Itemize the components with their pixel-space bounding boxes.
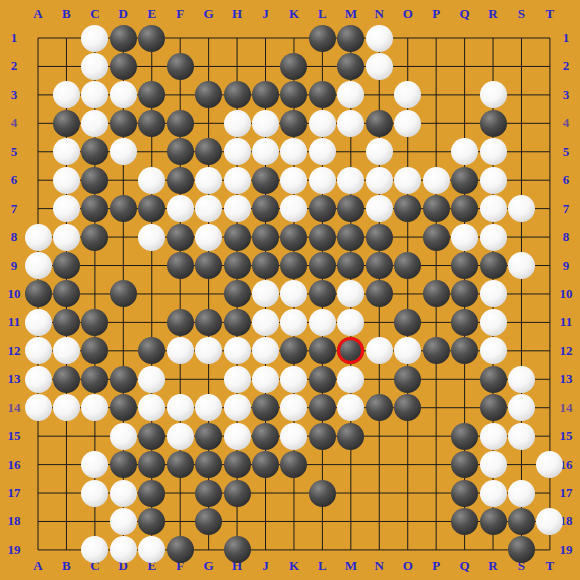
white-stone-H4 (224, 110, 251, 137)
white-stone-C17 (81, 480, 108, 507)
white-stone-M4 (337, 110, 364, 137)
black-stone-L8 (309, 224, 336, 251)
black-stone-Q16 (451, 451, 478, 478)
white-stone-C4 (81, 110, 108, 137)
black-stone-S18 (508, 508, 535, 535)
white-stone-O6 (394, 167, 421, 194)
white-stone-J11 (252, 309, 279, 336)
col-label-bottom-A: A (33, 558, 42, 574)
white-stone-B7 (53, 195, 80, 222)
black-stone-J9 (252, 252, 279, 279)
black-stone-R18 (480, 508, 507, 535)
black-stone-L15 (309, 423, 336, 450)
black-stone-F6 (167, 167, 194, 194)
black-stone-Q9 (451, 252, 478, 279)
black-stone-L14 (309, 394, 336, 421)
row-label-left-8: 8 (11, 229, 18, 245)
white-stone-R7 (480, 195, 507, 222)
black-stone-H19 (224, 536, 251, 563)
white-stone-J13 (252, 366, 279, 393)
white-stone-B14 (53, 394, 80, 421)
black-stone-E4 (138, 110, 165, 137)
col-label-bottom-Q: Q (460, 558, 470, 574)
black-stone-B4 (53, 110, 80, 137)
black-stone-C6 (81, 167, 108, 194)
white-stone-H5 (224, 138, 251, 165)
black-stone-M8 (337, 224, 364, 251)
white-stone-L6 (309, 167, 336, 194)
black-stone-J8 (252, 224, 279, 251)
col-label-bottom-G: G (204, 558, 214, 574)
col-label-top-T: T (546, 6, 555, 22)
col-label-top-O: O (403, 6, 413, 22)
black-stone-Q6 (451, 167, 478, 194)
black-stone-H16 (224, 451, 251, 478)
row-label-right-13: 13 (560, 371, 573, 387)
white-stone-H7 (224, 195, 251, 222)
row-label-right-12: 12 (560, 343, 573, 359)
white-stone-H13 (224, 366, 251, 393)
white-stone-N6 (366, 167, 393, 194)
black-stone-H3 (224, 81, 251, 108)
col-label-top-E: E (147, 6, 156, 22)
black-stone-M15 (337, 423, 364, 450)
black-stone-B9 (53, 252, 80, 279)
col-label-top-Q: Q (460, 6, 470, 22)
go-board[interactable]: AABBCCDDEEFFGGHHJJKKLLMMNNOOPPQQRRSSTT11… (0, 0, 580, 580)
black-stone-O11 (394, 309, 421, 336)
white-stone-B5 (53, 138, 80, 165)
col-label-top-B: B (62, 6, 71, 22)
black-stone-F5 (167, 138, 194, 165)
black-stone-G15 (195, 423, 222, 450)
white-stone-L5 (309, 138, 336, 165)
white-stone-R16 (480, 451, 507, 478)
white-stone-A8 (25, 224, 52, 251)
col-label-top-H: H (232, 6, 242, 22)
row-label-left-13: 13 (8, 371, 21, 387)
black-stone-B13 (53, 366, 80, 393)
col-label-top-K: K (289, 6, 299, 22)
white-stone-F7 (167, 195, 194, 222)
white-stone-R3 (480, 81, 507, 108)
black-stone-R14 (480, 394, 507, 421)
row-label-left-7: 7 (11, 201, 18, 217)
row-label-right-1: 1 (563, 30, 570, 46)
black-stone-F8 (167, 224, 194, 251)
white-stone-H6 (224, 167, 251, 194)
col-label-bottom-P: P (432, 558, 440, 574)
col-label-bottom-O: O (403, 558, 413, 574)
row-label-left-11: 11 (8, 314, 20, 330)
black-stone-F2 (167, 53, 194, 80)
white-stone-D3 (110, 81, 137, 108)
col-label-bottom-T: T (546, 558, 555, 574)
black-stone-N8 (366, 224, 393, 251)
black-stone-B11 (53, 309, 80, 336)
black-stone-F16 (167, 451, 194, 478)
white-stone-R10 (480, 280, 507, 307)
row-label-right-9: 9 (563, 258, 570, 274)
row-label-left-18: 18 (8, 513, 21, 529)
black-stone-O13 (394, 366, 421, 393)
black-stone-D13 (110, 366, 137, 393)
white-stone-N5 (366, 138, 393, 165)
white-stone-N7 (366, 195, 393, 222)
black-stone-A10 (25, 280, 52, 307)
col-label-bottom-J: J (262, 558, 269, 574)
white-stone-E6 (138, 167, 165, 194)
col-label-top-J: J (262, 6, 269, 22)
white-stone-S15 (508, 423, 535, 450)
white-stone-S7 (508, 195, 535, 222)
white-stone-A12 (25, 337, 52, 364)
row-label-right-14: 14 (560, 400, 573, 416)
black-stone-Q18 (451, 508, 478, 535)
white-stone-F12 (167, 337, 194, 364)
white-stone-P6 (423, 167, 450, 194)
white-stone-J4 (252, 110, 279, 137)
row-label-left-3: 3 (11, 87, 18, 103)
black-stone-E1 (138, 25, 165, 52)
white-stone-S17 (508, 480, 535, 507)
black-stone-G11 (195, 309, 222, 336)
black-stone-R13 (480, 366, 507, 393)
black-stone-R4 (480, 110, 507, 137)
black-stone-E15 (138, 423, 165, 450)
white-stone-S14 (508, 394, 535, 421)
white-stone-A9 (25, 252, 52, 279)
row-label-right-5: 5 (563, 144, 570, 160)
row-label-right-7: 7 (563, 201, 570, 217)
col-label-top-G: G (204, 6, 214, 22)
black-stone-P8 (423, 224, 450, 251)
white-stone-O4 (394, 110, 421, 137)
row-label-right-11: 11 (560, 314, 572, 330)
col-label-bottom-L: L (318, 558, 327, 574)
black-stone-L13 (309, 366, 336, 393)
row-label-right-2: 2 (563, 58, 570, 74)
white-stone-A14 (25, 394, 52, 421)
black-stone-F19 (167, 536, 194, 563)
row-label-left-2: 2 (11, 58, 18, 74)
black-stone-P10 (423, 280, 450, 307)
col-label-top-F: F (176, 6, 184, 22)
black-stone-J16 (252, 451, 279, 478)
row-label-left-17: 17 (8, 485, 21, 501)
black-stone-L9 (309, 252, 336, 279)
white-stone-E8 (138, 224, 165, 251)
black-stone-M1 (337, 25, 364, 52)
col-label-bottom-M: M (345, 558, 357, 574)
white-stone-D15 (110, 423, 137, 450)
black-stone-N4 (366, 110, 393, 137)
black-stone-E17 (138, 480, 165, 507)
white-stone-H15 (224, 423, 251, 450)
white-stone-G8 (195, 224, 222, 251)
black-stone-C8 (81, 224, 108, 251)
row-label-left-15: 15 (8, 428, 21, 444)
row-label-left-1: 1 (11, 30, 18, 46)
white-stone-R8 (480, 224, 507, 251)
black-stone-H17 (224, 480, 251, 507)
black-stone-H11 (224, 309, 251, 336)
white-stone-R15 (480, 423, 507, 450)
black-stone-Q17 (451, 480, 478, 507)
row-label-left-9: 9 (11, 258, 18, 274)
white-stone-R5 (480, 138, 507, 165)
col-label-top-C: C (90, 6, 99, 22)
black-stone-L1 (309, 25, 336, 52)
row-label-left-6: 6 (11, 172, 18, 188)
black-stone-L7 (309, 195, 336, 222)
white-stone-S9 (508, 252, 535, 279)
row-label-right-8: 8 (563, 229, 570, 245)
col-label-top-P: P (432, 6, 440, 22)
black-stone-P12 (423, 337, 450, 364)
col-label-top-A: A (33, 6, 42, 22)
col-label-top-S: S (518, 6, 525, 22)
white-stone-D17 (110, 480, 137, 507)
black-stone-C13 (81, 366, 108, 393)
row-label-right-3: 3 (563, 87, 570, 103)
black-stone-H9 (224, 252, 251, 279)
white-stone-R17 (480, 480, 507, 507)
white-stone-F14 (167, 394, 194, 421)
black-stone-G17 (195, 480, 222, 507)
black-stone-H8 (224, 224, 251, 251)
row-label-right-10: 10 (560, 286, 573, 302)
white-stone-E13 (138, 366, 165, 393)
black-stone-G9 (195, 252, 222, 279)
white-stone-F15 (167, 423, 194, 450)
white-stone-D18 (110, 508, 137, 535)
row-label-right-19: 19 (560, 542, 573, 558)
white-stone-N12 (366, 337, 393, 364)
black-stone-J7 (252, 195, 279, 222)
black-stone-F11 (167, 309, 194, 336)
black-stone-D7 (110, 195, 137, 222)
white-stone-A11 (25, 309, 52, 336)
col-label-top-D: D (119, 6, 128, 22)
black-stone-N9 (366, 252, 393, 279)
white-stone-R12 (480, 337, 507, 364)
col-label-top-L: L (318, 6, 327, 22)
white-stone-H14 (224, 394, 251, 421)
row-label-right-6: 6 (563, 172, 570, 188)
black-stone-F9 (167, 252, 194, 279)
black-stone-D14 (110, 394, 137, 421)
black-stone-H10 (224, 280, 251, 307)
row-label-right-15: 15 (560, 428, 573, 444)
black-stone-L17 (309, 480, 336, 507)
white-stone-M13 (337, 366, 364, 393)
row-label-left-4: 4 (11, 115, 18, 131)
col-label-top-R: R (488, 6, 497, 22)
black-stone-J15 (252, 423, 279, 450)
white-stone-H12 (224, 337, 251, 364)
black-stone-D1 (110, 25, 137, 52)
white-stone-G6 (195, 167, 222, 194)
row-label-left-10: 10 (8, 286, 21, 302)
white-stone-A13 (25, 366, 52, 393)
black-stone-D16 (110, 451, 137, 478)
white-stone-L4 (309, 110, 336, 137)
black-stone-Q15 (451, 423, 478, 450)
row-label-left-12: 12 (8, 343, 21, 359)
black-stone-N14 (366, 394, 393, 421)
black-stone-K8 (280, 224, 307, 251)
black-stone-G18 (195, 508, 222, 535)
col-label-top-M: M (345, 6, 357, 22)
black-stone-R9 (480, 252, 507, 279)
col-label-bottom-B: B (62, 558, 71, 574)
col-label-top-N: N (375, 6, 384, 22)
white-stone-N2 (366, 53, 393, 80)
white-stone-Q8 (451, 224, 478, 251)
row-label-right-17: 17 (560, 485, 573, 501)
col-label-bottom-R: R (488, 558, 497, 574)
row-label-left-19: 19 (8, 542, 21, 558)
white-stone-M6 (337, 167, 364, 194)
col-label-bottom-N: N (375, 558, 384, 574)
white-stone-S13 (508, 366, 535, 393)
white-stone-L11 (309, 309, 336, 336)
white-stone-C1 (81, 25, 108, 52)
black-stone-D2 (110, 53, 137, 80)
black-stone-J6 (252, 167, 279, 194)
black-stone-F4 (167, 110, 194, 137)
black-stone-P7 (423, 195, 450, 222)
white-stone-B8 (53, 224, 80, 251)
black-stone-D4 (110, 110, 137, 137)
white-stone-B6 (53, 167, 80, 194)
row-label-right-4: 4 (563, 115, 570, 131)
white-stone-K15 (280, 423, 307, 450)
white-stone-K6 (280, 167, 307, 194)
row-label-left-16: 16 (8, 457, 21, 473)
row-label-left-14: 14 (8, 400, 21, 416)
white-stone-R11 (480, 309, 507, 336)
black-stone-Q11 (451, 309, 478, 336)
col-label-bottom-K: K (289, 558, 299, 574)
white-stone-N1 (366, 25, 393, 52)
white-stone-R6 (480, 167, 507, 194)
white-stone-D5 (110, 138, 137, 165)
row-label-left-5: 5 (11, 144, 18, 160)
